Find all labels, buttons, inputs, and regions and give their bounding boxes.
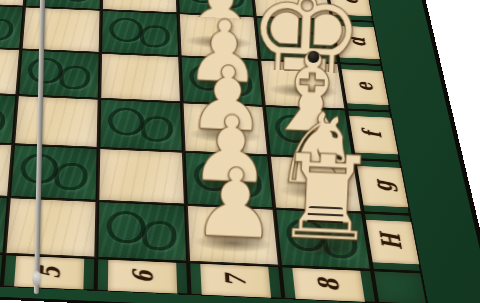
square-e6 bbox=[99, 53, 181, 103]
perspective-wrapper: abc♟d♟♚e♟♝f♟♞g♟♜H12345678 bbox=[0, 0, 480, 303]
rook-black-rings bbox=[307, 205, 343, 226]
rank-label-6: 6 bbox=[127, 269, 158, 283]
chess-board: abc♟d♟♚e♟♝f♟♞g♟♜H12345678 bbox=[0, 0, 480, 303]
square-d6 bbox=[100, 10, 180, 56]
label-plate: 7 bbox=[200, 263, 271, 297]
square-d5 bbox=[21, 7, 101, 53]
scene-rotation: abc♟d♟♚e♟♝f♟♞g♟♜H12345678 bbox=[0, 0, 480, 303]
square-f6 bbox=[98, 99, 183, 152]
white-rook-h8: ♜ bbox=[324, 144, 329, 251]
label-plate: 5 bbox=[14, 255, 84, 289]
white-rook-glyph: ♜ bbox=[272, 142, 381, 254]
rank-label-cell-8: 8 bbox=[280, 266, 377, 303]
file-label-g: g bbox=[366, 180, 397, 192]
board-grid: abc♟d♟♚e♟♝f♟♞g♟♜H12345678 bbox=[0, 0, 428, 303]
file-label-d: d bbox=[343, 37, 371, 47]
label-plate: 6 bbox=[108, 259, 177, 293]
rank-label-8: 8 bbox=[312, 278, 345, 292]
chess-photo-scene: abc♟d♟♚e♟♝f♟♞g♟♜H12345678 bbox=[0, 0, 480, 303]
square-h8: ♜ bbox=[274, 209, 372, 270]
square-h5 bbox=[4, 197, 97, 258]
square-g6 bbox=[97, 148, 185, 205]
file-label-e: e bbox=[350, 82, 379, 92]
rank-label-cell-7: 7 bbox=[188, 262, 283, 299]
rank-label-cell-5: 5 bbox=[2, 254, 97, 291]
label-plate: 8 bbox=[292, 267, 365, 301]
white-pawn-glyph: ♟ bbox=[190, 158, 279, 249]
square-h6 bbox=[96, 201, 188, 262]
file-label-h: H bbox=[375, 233, 408, 250]
white-pawn-h7: ♟ bbox=[233, 160, 237, 247]
square-e5 bbox=[17, 49, 100, 98]
square-h7: ♟ bbox=[186, 205, 280, 266]
rank-label-cell-6: 6 bbox=[96, 258, 190, 295]
border-corner bbox=[372, 270, 428, 303]
rank-label-7: 7 bbox=[219, 273, 251, 287]
square-f5 bbox=[13, 95, 99, 148]
square-g5 bbox=[9, 144, 99, 201]
